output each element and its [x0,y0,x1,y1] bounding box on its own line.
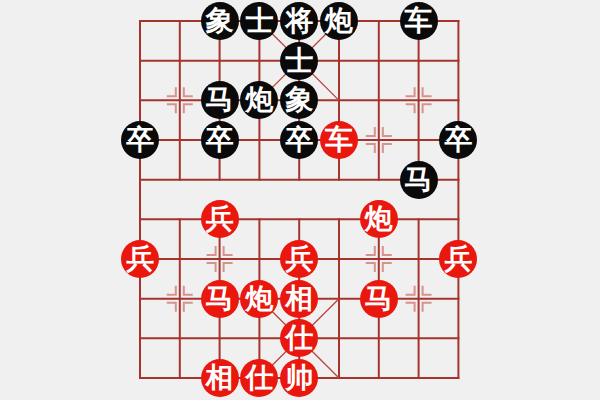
piece-black-general[interactable]: 将 [280,2,318,40]
piece-black-chariot[interactable]: 车 [400,2,438,40]
piece-black-cannon[interactable]: 炮 [240,81,278,119]
xiangqi-board[interactable]: 象士将炮车士马炮象卒卒卒车卒马兵炮兵兵兵马炮相马仕相仕帅 [0,0,600,400]
piece-red-pawn[interactable]: 兵 [121,240,159,278]
piece-red-elephant[interactable]: 相 [201,359,239,397]
pieces-layer: 象士将炮车士马炮象卒卒卒车卒马兵炮兵兵兵马炮相马仕相仕帅 [120,1,478,398]
piece-black-horse[interactable]: 马 [201,81,239,119]
piece-red-horse[interactable]: 马 [201,280,239,318]
piece-black-pawn[interactable]: 卒 [439,121,477,159]
piece-red-chariot[interactable]: 车 [320,121,358,159]
piece-red-general[interactable]: 帅 [280,359,318,397]
piece-black-elephant[interactable]: 象 [201,2,239,40]
piece-red-cannon[interactable]: 炮 [240,280,278,318]
piece-black-cannon[interactable]: 炮 [320,2,358,40]
piece-red-cannon[interactable]: 炮 [360,200,398,238]
piece-red-pawn[interactable]: 兵 [201,200,239,238]
piece-red-pawn[interactable]: 兵 [439,240,477,278]
piece-black-horse[interactable]: 马 [400,161,438,199]
piece-red-horse[interactable]: 马 [360,280,398,318]
piece-black-advisor[interactable]: 士 [240,2,278,40]
piece-black-advisor[interactable]: 士 [280,42,318,80]
piece-red-pawn[interactable]: 兵 [280,240,318,278]
piece-black-pawn[interactable]: 卒 [121,121,159,159]
piece-black-pawn[interactable]: 卒 [201,121,239,159]
piece-red-advisor[interactable]: 仕 [280,319,318,357]
piece-black-elephant[interactable]: 象 [280,81,318,119]
piece-red-advisor[interactable]: 仕 [240,359,278,397]
piece-red-elephant[interactable]: 相 [280,280,318,318]
xiangqi-app: 象士将炮车士马炮象卒卒卒车卒马兵炮兵兵兵马炮相马仕相仕帅 [0,0,600,400]
piece-black-pawn[interactable]: 卒 [280,121,318,159]
